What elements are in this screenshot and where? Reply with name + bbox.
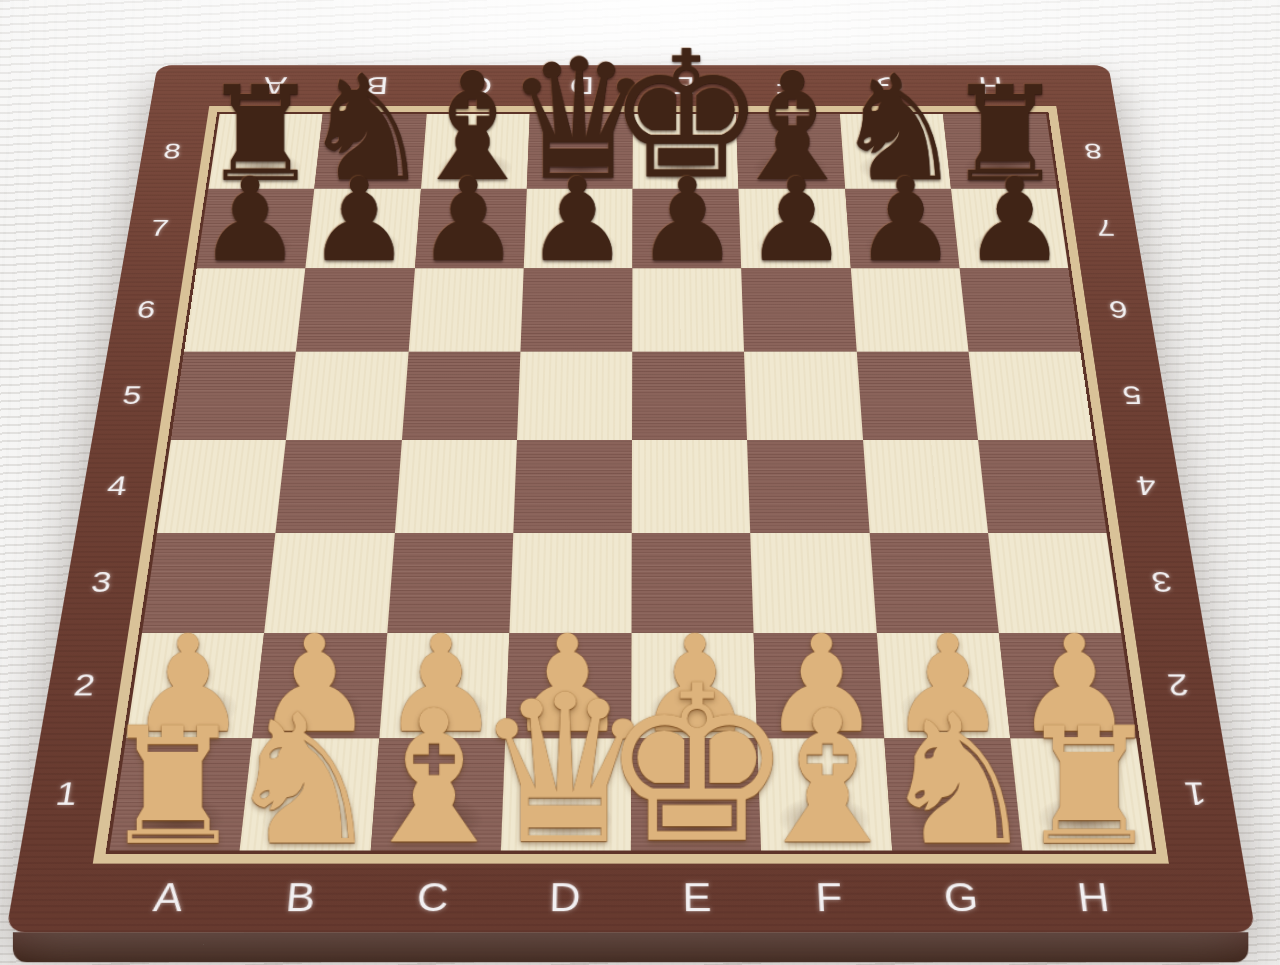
piece-black-pawn-f7[interactable]: ♟ — [745, 163, 849, 279]
square-h7[interactable]: ♟ — [951, 189, 1068, 268]
square-a5[interactable] — [171, 351, 296, 439]
piece-black-pawn-g7[interactable]: ♟ — [854, 163, 958, 279]
rank-label-left-6: 6 — [107, 268, 184, 351]
piece-white-king-e1[interactable]: ♚ — [600, 657, 794, 873]
square-e5[interactable] — [632, 351, 747, 439]
piece-black-pawn-a7[interactable]: ♟ — [198, 163, 302, 279]
square-b6[interactable] — [296, 268, 414, 351]
piece-black-pawn-d7[interactable]: ♟ — [526, 163, 630, 279]
file-label-bottom-a: A — [97, 864, 238, 932]
square-e7[interactable]: ♟ — [632, 189, 741, 268]
square-d7[interactable]: ♟ — [523, 189, 632, 268]
file-label-bottom-g: G — [893, 864, 1031, 932]
square-f7[interactable]: ♟ — [739, 189, 851, 268]
photo-background: 87654321 87654321 ABCDEFGH ABCDEFGH ♜♞♝♛… — [0, 0, 1280, 965]
chess-board: 87654321 87654321 ABCDEFGH ABCDEFGH ♜♞♝♛… — [6, 65, 1256, 932]
square-f4[interactable] — [747, 440, 869, 534]
file-label-bottom-h: H — [1023, 864, 1164, 932]
file-label-bottom-b: B — [231, 864, 370, 932]
square-b5[interactable] — [286, 351, 408, 439]
square-d4[interactable] — [513, 440, 632, 534]
rank-label-right-5: 5 — [1093, 351, 1172, 439]
square-d5[interactable] — [517, 351, 632, 439]
board-scene: 87654321 87654321 ABCDEFGH ABCDEFGH ♜♞♝♛… — [0, 0, 1280, 965]
rank-label-right-6: 6 — [1081, 268, 1158, 351]
square-g6[interactable] — [850, 268, 968, 351]
square-d6[interactable] — [520, 268, 632, 351]
square-c6[interactable] — [408, 268, 523, 351]
board-front-edge — [13, 932, 1249, 962]
square-e4[interactable] — [632, 440, 751, 534]
rank-label-right-8: 8 — [1058, 114, 1130, 189]
square-a6[interactable] — [184, 268, 305, 351]
square-b4[interactable] — [276, 440, 402, 534]
piece-black-pawn-e7[interactable]: ♟ — [635, 163, 739, 279]
square-a4[interactable] — [157, 440, 286, 534]
square-b7[interactable]: ♟ — [306, 189, 421, 268]
piece-white-knight-g1[interactable]: ♞ — [878, 690, 1039, 870]
piece-black-pawn-c7[interactable]: ♟ — [417, 163, 521, 279]
square-c4[interactable] — [394, 440, 516, 534]
square-a7[interactable]: ♟ — [197, 189, 315, 268]
square-h6[interactable] — [959, 268, 1080, 351]
board-grid: ♜♞♝♛♚♝♞♜♟♟♟♟♟♟♟♟♟♟♟♟♟♟♟♟♜♞♝♛♚♝♞♜ — [109, 114, 1152, 850]
square-g7[interactable]: ♟ — [845, 189, 960, 268]
rank-label-right-4: 4 — [1106, 440, 1188, 534]
square-f6[interactable] — [741, 268, 856, 351]
rank-label-right-7: 7 — [1069, 189, 1143, 268]
square-f5[interactable] — [744, 351, 862, 439]
piece-black-pawn-h7[interactable]: ♟ — [963, 163, 1067, 279]
rank-label-left-7: 7 — [122, 189, 197, 268]
square-h4[interactable] — [978, 440, 1107, 534]
square-e1[interactable]: ♚ — [631, 738, 761, 851]
square-g1[interactable]: ♞ — [884, 738, 1022, 851]
rank-label-left-5: 5 — [92, 351, 172, 439]
piece-black-pawn-b7[interactable]: ♟ — [307, 163, 411, 279]
rank-label-left-4: 4 — [76, 440, 158, 534]
square-e6[interactable] — [632, 268, 744, 351]
square-g5[interactable] — [856, 351, 978, 439]
square-g4[interactable] — [863, 440, 988, 534]
square-c7[interactable]: ♟ — [415, 189, 527, 268]
rank-label-left-8: 8 — [136, 114, 208, 189]
file-label-bottom-c: C — [364, 864, 500, 932]
rank-label-right-1: 1 — [1150, 738, 1241, 851]
square-h5[interactable] — [968, 351, 1093, 439]
square-c5[interactable] — [401, 351, 520, 439]
